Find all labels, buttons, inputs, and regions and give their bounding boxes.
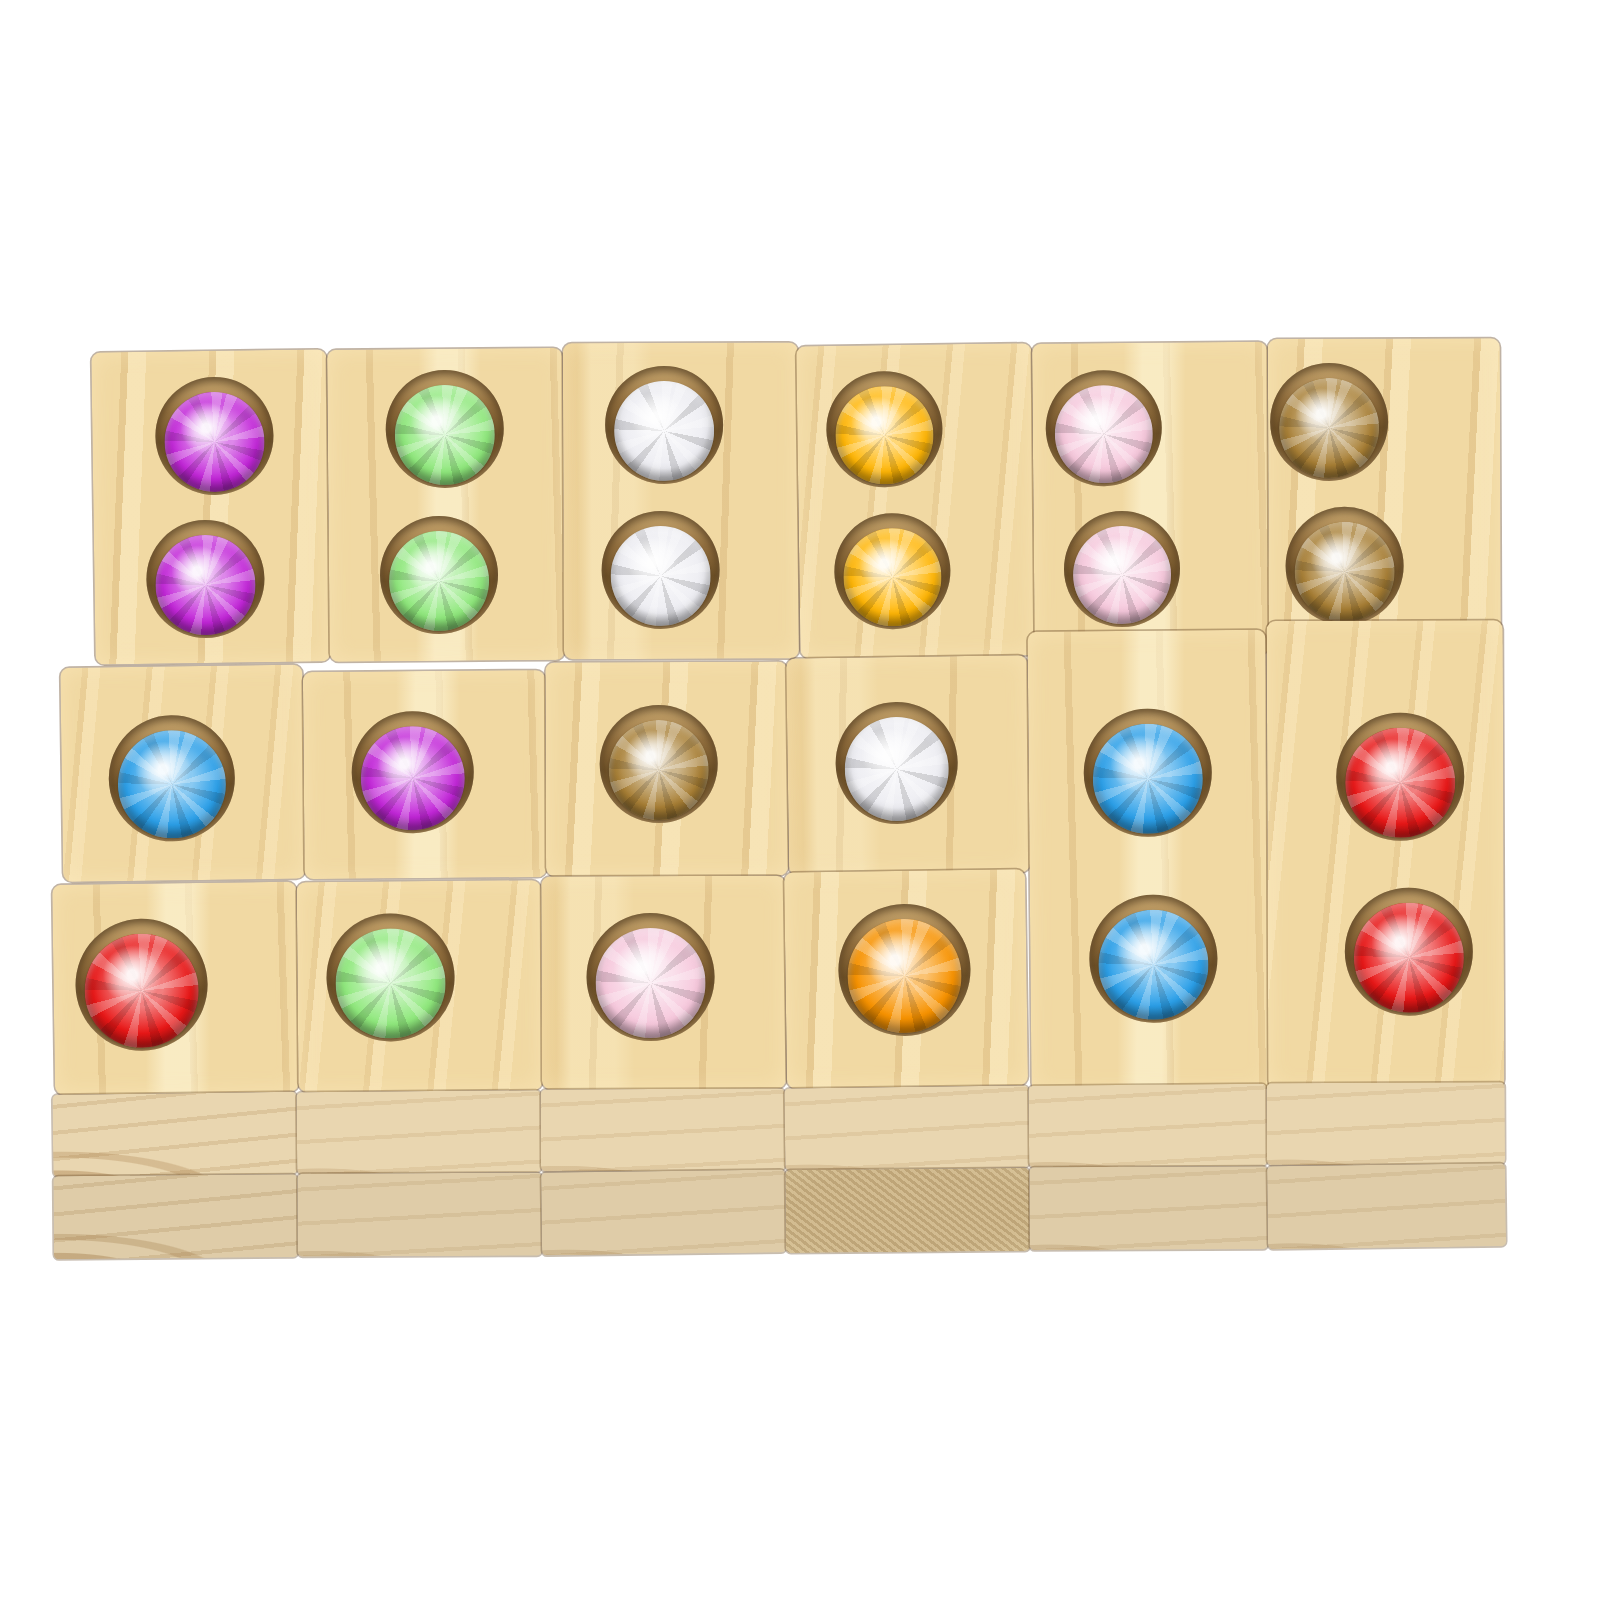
gem-clear xyxy=(614,381,714,481)
gem-pink xyxy=(1054,385,1153,484)
block-back-2 xyxy=(327,348,565,662)
block-middle-3 xyxy=(545,662,788,877)
side-face-layer1-5 xyxy=(1029,1084,1268,1168)
gem-pink xyxy=(1073,526,1172,625)
gem-green xyxy=(389,531,490,632)
block-front-3 xyxy=(541,876,786,1090)
gem-blue xyxy=(1092,723,1203,834)
gem-purple xyxy=(360,726,465,831)
block-back-1 xyxy=(91,349,330,664)
gem-green xyxy=(335,928,446,1039)
side-face-layer1-6 xyxy=(1267,1082,1505,1165)
gem-amber xyxy=(609,720,709,820)
gem-pink xyxy=(595,928,705,1038)
gem-red xyxy=(1345,727,1455,837)
side-face-layer2-4 xyxy=(785,1168,1030,1253)
side-face-layer1-1 xyxy=(52,1092,297,1177)
gem-red xyxy=(1354,902,1464,1012)
gem-blocks-photo xyxy=(0,0,1600,1600)
side-face-layer2-5 xyxy=(1029,1166,1267,1250)
block-back-5 xyxy=(1032,342,1270,656)
gem-green xyxy=(394,384,495,485)
gem-clear xyxy=(610,526,710,626)
block-back-6 xyxy=(1268,338,1501,653)
side-face-layer2-6 xyxy=(1267,1163,1506,1249)
block-tall-6 xyxy=(1267,620,1505,1089)
block-middle-4 xyxy=(786,655,1030,875)
side-face-layer1-3 xyxy=(541,1089,785,1172)
gem-blue xyxy=(1098,909,1209,1020)
block-front-4 xyxy=(784,869,1028,1088)
side-face-layer2-1 xyxy=(53,1174,298,1259)
block-middle-1 xyxy=(60,665,305,882)
block-tall-5 xyxy=(1028,630,1270,1092)
block-front-1 xyxy=(52,882,299,1095)
block-back-4 xyxy=(796,343,1035,658)
side-face-layer1-4 xyxy=(784,1085,1029,1170)
side-face-layer1-2 xyxy=(297,1090,542,1174)
side-face-layer2-3 xyxy=(541,1169,786,1255)
side-face-layer2-2 xyxy=(297,1173,541,1257)
block-middle-2 xyxy=(303,670,547,879)
gem-amber xyxy=(1279,378,1379,478)
block-back-3 xyxy=(563,342,799,659)
block-front-2 xyxy=(297,880,543,1092)
gem-amber xyxy=(1294,522,1394,622)
